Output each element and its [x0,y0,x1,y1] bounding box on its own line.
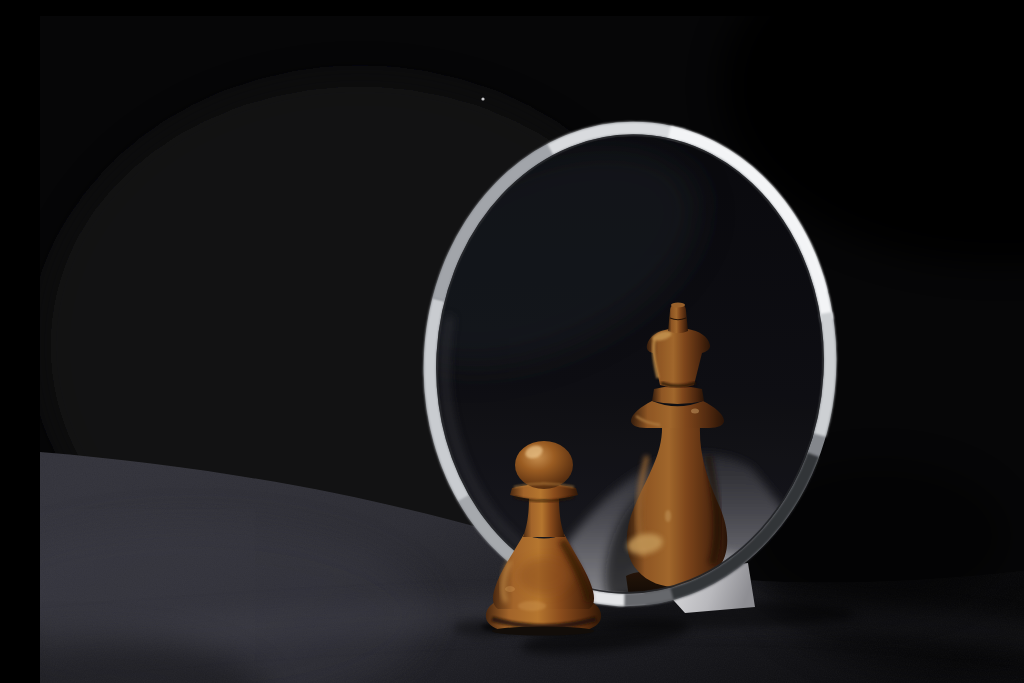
photo-pawn-king-mirror: A small dark wooden pawn stands on a dar… [40,16,1024,683]
pawn-scuff-2 [505,586,515,592]
pawn-neck [523,497,565,537]
pawn-scuff [518,601,546,611]
dust-speck [481,97,484,100]
pawn-felt [492,627,594,636]
pawn-head [515,441,573,489]
pawn-bell-sheen [519,558,571,594]
